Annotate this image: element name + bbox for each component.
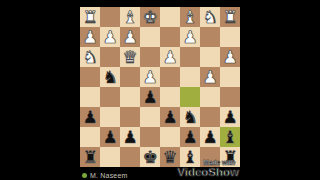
square bbox=[140, 127, 160, 147]
square: ♟ bbox=[180, 27, 200, 47]
square bbox=[100, 147, 120, 167]
black-knight: ♞ bbox=[182, 107, 197, 127]
square: ♟ bbox=[100, 27, 120, 47]
white-knight: ♞ bbox=[82, 47, 97, 67]
square: ♝ bbox=[180, 7, 200, 27]
player-name: M. Naseem bbox=[90, 172, 128, 179]
square bbox=[100, 107, 120, 127]
white-pawn: ♟ bbox=[182, 27, 197, 47]
square: ♞ bbox=[100, 67, 120, 87]
square bbox=[120, 107, 140, 127]
square: ♟ bbox=[100, 127, 120, 147]
white-pawn: ♟ bbox=[222, 47, 237, 67]
square: ♝ bbox=[220, 127, 240, 147]
white-queen: ♛ bbox=[122, 47, 137, 67]
square bbox=[180, 47, 200, 67]
square: ♟ bbox=[140, 87, 160, 107]
square: ♞ bbox=[180, 107, 200, 127]
square bbox=[160, 127, 180, 147]
white-pawn: ♟ bbox=[142, 67, 157, 87]
square bbox=[120, 87, 140, 107]
white-pawn: ♟ bbox=[82, 27, 97, 47]
white-knight: ♞ bbox=[202, 7, 217, 27]
watermark-videoshow-logo: VideoShow bbox=[177, 166, 239, 178]
video-frame: ♜♝♚♝♞♜♟♟♟♟♞♛♟♟♞♟♟♟♟♟♞♟♟♟♟♟♝♜♚♛♝♜ M. Nase… bbox=[80, 0, 240, 180]
square: ♝ bbox=[180, 147, 200, 167]
white-pawn: ♟ bbox=[162, 47, 177, 67]
black-rook: ♜ bbox=[82, 147, 97, 167]
white-bishop: ♝ bbox=[122, 7, 137, 27]
square: ♟ bbox=[200, 127, 220, 147]
square bbox=[100, 7, 120, 27]
square bbox=[160, 67, 180, 87]
square: ♚ bbox=[140, 147, 160, 167]
square: ♚ bbox=[140, 7, 160, 27]
square bbox=[140, 107, 160, 127]
square bbox=[120, 147, 140, 167]
square bbox=[80, 87, 100, 107]
square: ♟ bbox=[220, 107, 240, 127]
square bbox=[220, 67, 240, 87]
square: ♟ bbox=[160, 47, 180, 67]
square bbox=[200, 27, 220, 47]
square: ♟ bbox=[180, 127, 200, 147]
square bbox=[160, 7, 180, 27]
black-pawn: ♟ bbox=[222, 107, 237, 127]
square bbox=[220, 27, 240, 47]
player-bar: M. Naseem bbox=[82, 170, 128, 180]
white-pawn: ♟ bbox=[202, 67, 217, 87]
black-pawn: ♟ bbox=[122, 127, 137, 147]
online-status-icon bbox=[82, 173, 87, 178]
black-king: ♚ bbox=[142, 147, 157, 167]
black-rook: ♜ bbox=[222, 147, 237, 167]
white-pawn: ♟ bbox=[102, 27, 117, 47]
black-queen: ♛ bbox=[162, 147, 177, 167]
square bbox=[100, 47, 120, 67]
square bbox=[120, 67, 140, 87]
square bbox=[80, 127, 100, 147]
video-letterbox: ♜♝♚♝♞♜♟♟♟♟♞♛♟♟♞♟♟♟♟♟♞♟♟♟♟♟♝♜♚♛♝♜ M. Nase… bbox=[0, 0, 320, 180]
square bbox=[200, 87, 220, 107]
square: ♟ bbox=[220, 47, 240, 67]
square: ♟ bbox=[200, 67, 220, 87]
square: ♜ bbox=[80, 147, 100, 167]
square: ♛ bbox=[160, 147, 180, 167]
chess-board: ♜♝♚♝♞♜♟♟♟♟♞♛♟♟♞♟♟♟♟♟♞♟♟♟♟♟♝♜♚♛♝♜ bbox=[80, 7, 240, 167]
white-rook: ♜ bbox=[82, 7, 97, 27]
black-pawn: ♟ bbox=[202, 127, 217, 147]
white-rook: ♜ bbox=[222, 7, 237, 27]
square: ♛ bbox=[120, 47, 140, 67]
square bbox=[200, 107, 220, 127]
square: ♟ bbox=[80, 27, 100, 47]
square: ♟ bbox=[80, 107, 100, 127]
black-pawn: ♟ bbox=[142, 87, 157, 107]
square: ♝ bbox=[120, 7, 140, 27]
square bbox=[220, 87, 240, 107]
white-bishop: ♝ bbox=[182, 7, 197, 27]
square bbox=[200, 147, 220, 167]
square: ♟ bbox=[160, 107, 180, 127]
square: ♟ bbox=[120, 27, 140, 47]
square: ♟ bbox=[120, 127, 140, 147]
square bbox=[80, 67, 100, 87]
black-bishop: ♝ bbox=[222, 127, 237, 147]
black-pawn: ♟ bbox=[162, 107, 177, 127]
square bbox=[140, 27, 160, 47]
square bbox=[160, 27, 180, 47]
square: ♟ bbox=[140, 67, 160, 87]
black-pawn: ♟ bbox=[182, 127, 197, 147]
square bbox=[180, 67, 200, 87]
white-king: ♚ bbox=[142, 7, 157, 27]
square bbox=[180, 87, 200, 107]
square: ♜ bbox=[80, 7, 100, 27]
black-pawn: ♟ bbox=[102, 127, 117, 147]
square: ♞ bbox=[80, 47, 100, 67]
square: ♜ bbox=[220, 7, 240, 27]
square bbox=[160, 87, 180, 107]
black-pawn: ♟ bbox=[82, 107, 97, 127]
square bbox=[200, 47, 220, 67]
square bbox=[140, 47, 160, 67]
black-knight: ♞ bbox=[102, 67, 117, 87]
square bbox=[100, 87, 120, 107]
square: ♜ bbox=[220, 147, 240, 167]
black-bishop: ♝ bbox=[182, 147, 197, 167]
white-pawn: ♟ bbox=[122, 27, 137, 47]
square: ♞ bbox=[200, 7, 220, 27]
